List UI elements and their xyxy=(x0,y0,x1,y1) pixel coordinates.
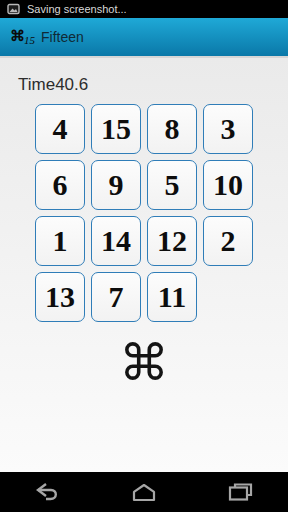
status-notification-text: Saving screenshot... xyxy=(27,3,127,15)
screenshot-image-icon xyxy=(7,3,20,15)
logo-subscript: 15 xyxy=(24,35,35,46)
tile-r3-c4[interactable]: 2 xyxy=(203,216,253,266)
tile-r1-c4[interactable]: 3 xyxy=(203,104,253,154)
tile-r2-c1[interactable]: 6 xyxy=(35,160,85,210)
tile-r2-c3[interactable]: 5 xyxy=(147,160,197,210)
tile-r1-c2[interactable]: 15 xyxy=(91,104,141,154)
command-logo-glyph: ⌘ xyxy=(10,28,25,43)
recents-button[interactable] xyxy=(192,482,288,502)
time-value: 40.6 xyxy=(55,75,88,95)
app-bar: ⌘ 15 Fifteen xyxy=(0,18,288,58)
back-button[interactable] xyxy=(0,482,96,502)
shuffle-command-button[interactable]: ⌘ xyxy=(0,338,288,388)
tile-r3-c2[interactable]: 14 xyxy=(91,216,141,266)
tile-r1-c3[interactable]: 8 xyxy=(147,104,197,154)
tile-r3-c3[interactable]: 12 xyxy=(147,216,197,266)
app-title: Fifteen xyxy=(41,29,84,45)
recents-icon xyxy=(226,482,254,502)
puzzle-board: 4 15 8 3 6 9 5 10 1 14 12 2 13 7 11 xyxy=(35,104,253,322)
tile-r4-c3[interactable]: 11 xyxy=(147,272,197,322)
tile-r2-c4[interactable]: 10 xyxy=(203,160,253,210)
empty-cell xyxy=(203,272,253,322)
app-logo-icon: ⌘ 15 xyxy=(10,28,35,46)
home-button[interactable] xyxy=(96,482,192,502)
tile-r1-c1[interactable]: 4 xyxy=(35,104,85,154)
back-icon xyxy=(35,482,62,502)
android-nav-bar xyxy=(0,472,288,512)
timer: Time40.6 xyxy=(18,75,288,95)
tile-r4-c2[interactable]: 7 xyxy=(91,272,141,322)
tile-r4-c1[interactable]: 13 xyxy=(35,272,85,322)
home-icon xyxy=(129,482,159,502)
tile-r2-c2[interactable]: 9 xyxy=(91,160,141,210)
time-label: Time xyxy=(18,75,55,95)
game-area: Time40.6 4 15 8 3 6 9 5 10 1 14 12 2 13 … xyxy=(0,58,288,472)
status-bar: Saving screenshot... xyxy=(0,0,288,18)
phone-screen: Saving screenshot... ⌘ 15 Fifteen Time40… xyxy=(0,0,288,512)
tile-r3-c1[interactable]: 1 xyxy=(35,216,85,266)
